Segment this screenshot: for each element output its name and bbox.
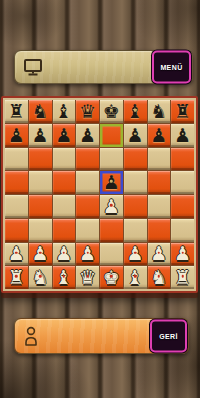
top-bar: MENÜ xyxy=(14,50,193,84)
square-h5[interactable] xyxy=(171,171,194,194)
square-a8[interactable]: ♜ xyxy=(5,100,28,123)
piece-white-pawn: ♟ xyxy=(127,244,144,263)
board-grid: ♜♞♝♛♚♝♞♜♟♟♟♟♟♟♟♟♟♟♟♟♟♟♟♟♜♞♝♛♚♝♞♜ xyxy=(5,100,194,289)
square-e5[interactable]: ♟ xyxy=(100,171,123,194)
piece-white-queen: ♛ xyxy=(79,268,96,287)
square-f5[interactable] xyxy=(124,171,147,194)
piece-white-pawn: ♟ xyxy=(32,244,49,263)
back-button[interactable]: GERİ xyxy=(150,320,187,353)
square-g2[interactable]: ♟ xyxy=(148,243,171,266)
square-a1[interactable]: ♜ xyxy=(5,266,28,289)
piece-black-pawn: ♟ xyxy=(55,126,72,145)
square-e3[interactable] xyxy=(100,219,123,242)
square-a7[interactable]: ♟ xyxy=(5,124,28,147)
square-d7[interactable]: ♟ xyxy=(76,124,99,147)
piece-white-bishop: ♝ xyxy=(55,268,72,287)
piece-black-bishop: ♝ xyxy=(55,102,72,121)
square-c4[interactable] xyxy=(53,195,76,218)
square-h7[interactable]: ♟ xyxy=(171,124,194,147)
square-b3[interactable] xyxy=(29,219,52,242)
square-c5[interactable] xyxy=(53,171,76,194)
piece-white-king: ♚ xyxy=(103,268,120,287)
square-a3[interactable] xyxy=(5,219,28,242)
piece-black-pawn: ♟ xyxy=(79,126,96,145)
square-a6[interactable] xyxy=(5,148,28,171)
piece-white-knight: ♞ xyxy=(32,268,49,287)
square-b7[interactable]: ♟ xyxy=(29,124,52,147)
piece-black-knight: ♞ xyxy=(32,102,49,121)
square-a4[interactable] xyxy=(5,195,28,218)
square-e2[interactable] xyxy=(100,243,123,266)
square-g4[interactable] xyxy=(148,195,171,218)
square-e6[interactable] xyxy=(100,148,123,171)
square-a5[interactable] xyxy=(5,171,28,194)
square-g7[interactable]: ♟ xyxy=(148,124,171,147)
square-a2[interactable]: ♟ xyxy=(5,243,28,266)
square-h4[interactable] xyxy=(171,195,194,218)
square-d8[interactable]: ♛ xyxy=(76,100,99,123)
square-e1[interactable]: ♚ xyxy=(100,266,123,289)
square-c1[interactable]: ♝ xyxy=(53,266,76,289)
square-h3[interactable] xyxy=(171,219,194,242)
square-c8[interactable]: ♝ xyxy=(53,100,76,123)
piece-black-king: ♚ xyxy=(103,102,120,121)
square-d6[interactable] xyxy=(76,148,99,171)
piece-black-pawn: ♟ xyxy=(8,126,25,145)
square-b5[interactable] xyxy=(29,171,52,194)
bottom-bar: GERİ xyxy=(14,318,189,354)
square-c6[interactable] xyxy=(53,148,76,171)
square-c2[interactable]: ♟ xyxy=(53,243,76,266)
square-b2[interactable]: ♟ xyxy=(29,243,52,266)
square-f8[interactable]: ♝ xyxy=(124,100,147,123)
square-g1[interactable]: ♞ xyxy=(148,266,171,289)
square-h6[interactable] xyxy=(171,148,194,171)
square-e7[interactable] xyxy=(100,124,123,147)
square-d3[interactable] xyxy=(76,219,99,242)
square-g3[interactable] xyxy=(148,219,171,242)
square-h2[interactable]: ♟ xyxy=(171,243,194,266)
square-f6[interactable] xyxy=(124,148,147,171)
piece-white-pawn: ♟ xyxy=(150,244,167,263)
square-g5[interactable] xyxy=(148,171,171,194)
piece-white-pawn: ♟ xyxy=(79,244,96,263)
piece-black-queen: ♛ xyxy=(79,102,96,121)
piece-white-pawn: ♟ xyxy=(55,244,72,263)
square-d5[interactable] xyxy=(76,171,99,194)
menu-button[interactable]: MENÜ xyxy=(152,51,191,84)
square-f2[interactable]: ♟ xyxy=(124,243,147,266)
square-b6[interactable] xyxy=(29,148,52,171)
piece-black-pawn: ♟ xyxy=(150,126,167,145)
square-e4[interactable]: ♟ xyxy=(100,195,123,218)
monitor-icon xyxy=(23,58,43,77)
square-d1[interactable]: ♛ xyxy=(76,266,99,289)
piece-black-rook: ♜ xyxy=(174,102,191,121)
square-d2[interactable]: ♟ xyxy=(76,243,99,266)
square-f7[interactable]: ♟ xyxy=(124,124,147,147)
square-b4[interactable] xyxy=(29,195,52,218)
piece-white-pawn: ♟ xyxy=(8,244,25,263)
piece-white-knight: ♞ xyxy=(150,268,167,287)
piece-white-bishop: ♝ xyxy=(127,268,144,287)
square-h1[interactable]: ♜ xyxy=(171,266,194,289)
person-icon xyxy=(23,325,39,347)
square-c3[interactable] xyxy=(53,219,76,242)
square-d4[interactable] xyxy=(76,195,99,218)
square-f4[interactable] xyxy=(124,195,147,218)
square-h8[interactable]: ♜ xyxy=(171,100,194,123)
piece-black-rook: ♜ xyxy=(8,102,25,121)
square-e8[interactable]: ♚ xyxy=(100,100,123,123)
piece-white-rook: ♜ xyxy=(174,268,191,287)
chess-board: ♜♞♝♛♚♝♞♜♟♟♟♟♟♟♟♟♟♟♟♟♟♟♟♟♜♞♝♛♚♝♞♜ xyxy=(1,96,198,293)
square-f1[interactable]: ♝ xyxy=(124,266,147,289)
piece-black-pawn: ♟ xyxy=(103,173,120,192)
app-screen: MENÜ ♜♞♝♛♚♝♞♜♟♟♟♟♟♟♟♟♟♟♟♟♟♟♟♟♜♞♝♛♚♝♞♜ GE… xyxy=(0,0,200,398)
piece-black-pawn: ♟ xyxy=(127,126,144,145)
piece-white-pawn: ♟ xyxy=(174,244,191,263)
piece-white-rook: ♜ xyxy=(8,268,25,287)
piece-white-pawn: ♟ xyxy=(103,197,120,216)
square-b8[interactable]: ♞ xyxy=(29,100,52,123)
square-c7[interactable]: ♟ xyxy=(53,124,76,147)
square-g6[interactable] xyxy=(148,148,171,171)
square-g8[interactable]: ♞ xyxy=(148,100,171,123)
piece-black-knight: ♞ xyxy=(150,102,167,121)
piece-black-pawn: ♟ xyxy=(32,126,49,145)
piece-black-pawn: ♟ xyxy=(174,126,191,145)
square-b1[interactable]: ♞ xyxy=(29,266,52,289)
square-f3[interactable] xyxy=(124,219,147,242)
piece-black-bishop: ♝ xyxy=(127,102,144,121)
